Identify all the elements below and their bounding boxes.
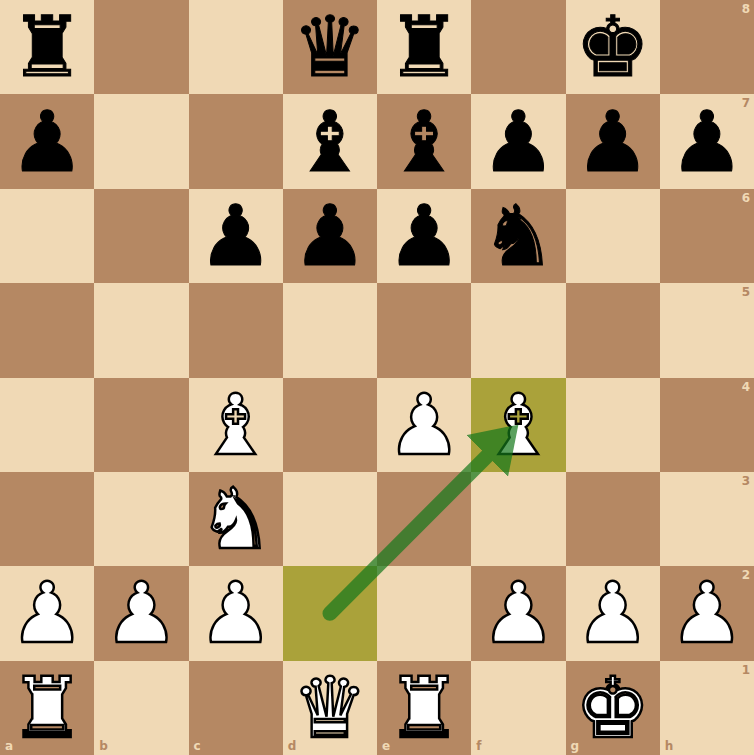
black-pawn-c6[interactable]: ♟	[198, 189, 273, 283]
square-f6[interactable]: ♞	[471, 189, 565, 283]
black-queen-d8[interactable]: ♛	[292, 0, 367, 94]
white-knight-c3[interactable]: ♞	[198, 472, 273, 566]
square-f8[interactable]	[471, 0, 565, 94]
square-c7[interactable]	[189, 94, 283, 188]
black-rook-a8[interactable]: ♜	[9, 0, 84, 94]
square-b3[interactable]	[94, 472, 188, 566]
square-g7[interactable]: ♟	[566, 94, 660, 188]
black-pawn-h7[interactable]: ♟	[669, 95, 744, 189]
square-e2[interactable]	[377, 566, 471, 660]
square-g3[interactable]	[566, 472, 660, 566]
square-d8[interactable]: ♛	[283, 0, 377, 94]
square-a7[interactable]: ♟	[0, 94, 94, 188]
black-pawn-a7[interactable]: ♟	[9, 95, 84, 189]
coord-rank-8: 8	[742, 3, 750, 15]
square-a1[interactable]: ♜a	[0, 661, 94, 755]
black-knight-f6[interactable]: ♞	[481, 189, 556, 283]
square-g5[interactable]	[566, 283, 660, 377]
square-f3[interactable]	[471, 472, 565, 566]
square-h7[interactable]: ♟7	[660, 94, 754, 188]
coord-file-c: c	[194, 740, 201, 752]
square-c4[interactable]: ♝	[189, 378, 283, 472]
coord-rank-6: 6	[742, 192, 750, 204]
square-e6[interactable]: ♟	[377, 189, 471, 283]
square-d2[interactable]	[283, 566, 377, 660]
white-bishop-f4[interactable]: ♝	[481, 378, 556, 472]
chess-board: ♜♛♜♚8♟♝♝♟♟♟7♟♟♟♞65♝♟♝4♞3♟♟♟♟♟♟2♜abc♛d♜ef…	[0, 0, 754, 755]
white-pawn-h2[interactable]: ♟	[669, 566, 744, 660]
square-b2[interactable]: ♟	[94, 566, 188, 660]
square-f1[interactable]: f	[471, 661, 565, 755]
square-c6[interactable]: ♟	[189, 189, 283, 283]
square-f4[interactable]: ♝	[471, 378, 565, 472]
square-e1[interactable]: ♜e	[377, 661, 471, 755]
black-pawn-d6[interactable]: ♟	[292, 189, 367, 283]
square-e7[interactable]: ♝	[377, 94, 471, 188]
square-g1[interactable]: ♚g	[566, 661, 660, 755]
square-c8[interactable]	[189, 0, 283, 94]
square-c5[interactable]	[189, 283, 283, 377]
square-e8[interactable]: ♜	[377, 0, 471, 94]
square-a3[interactable]	[0, 472, 94, 566]
coord-file-h: h	[665, 740, 674, 752]
square-b1[interactable]: b	[94, 661, 188, 755]
square-a6[interactable]	[0, 189, 94, 283]
square-h2[interactable]: ♟2	[660, 566, 754, 660]
square-d3[interactable]	[283, 472, 377, 566]
square-a5[interactable]	[0, 283, 94, 377]
square-h1[interactable]: 1h	[660, 661, 754, 755]
black-bishop-e7[interactable]: ♝	[386, 95, 461, 189]
white-bishop-c4[interactable]: ♝	[198, 378, 273, 472]
coord-rank-4: 4	[742, 381, 750, 393]
square-h5[interactable]: 5	[660, 283, 754, 377]
square-g8[interactable]: ♚	[566, 0, 660, 94]
white-rook-a1[interactable]: ♜	[9, 661, 84, 755]
black-pawn-f7[interactable]: ♟	[481, 95, 556, 189]
square-d6[interactable]: ♟	[283, 189, 377, 283]
white-pawn-e4[interactable]: ♟	[386, 378, 461, 472]
square-d4[interactable]	[283, 378, 377, 472]
white-queen-d1[interactable]: ♛	[292, 661, 367, 755]
square-b4[interactable]	[94, 378, 188, 472]
black-pawn-e6[interactable]: ♟	[386, 189, 461, 283]
square-a4[interactable]	[0, 378, 94, 472]
square-a2[interactable]: ♟	[0, 566, 94, 660]
white-pawn-f2[interactable]: ♟	[481, 566, 556, 660]
white-king-g1[interactable]: ♚	[575, 661, 650, 755]
square-h6[interactable]: 6	[660, 189, 754, 283]
square-f5[interactable]	[471, 283, 565, 377]
black-rook-e8[interactable]: ♜	[386, 0, 461, 94]
white-pawn-g2[interactable]: ♟	[575, 566, 650, 660]
square-h3[interactable]: 3	[660, 472, 754, 566]
square-a8[interactable]: ♜	[0, 0, 94, 94]
coord-rank-5: 5	[742, 286, 750, 298]
coord-rank-3: 3	[742, 475, 750, 487]
square-c2[interactable]: ♟	[189, 566, 283, 660]
white-pawn-c2[interactable]: ♟	[198, 566, 273, 660]
square-e4[interactable]: ♟	[377, 378, 471, 472]
square-b5[interactable]	[94, 283, 188, 377]
square-d5[interactable]	[283, 283, 377, 377]
black-pawn-g7[interactable]: ♟	[575, 95, 650, 189]
square-e3[interactable]	[377, 472, 471, 566]
square-e5[interactable]	[377, 283, 471, 377]
square-g6[interactable]	[566, 189, 660, 283]
square-f7[interactable]: ♟	[471, 94, 565, 188]
white-pawn-a2[interactable]: ♟	[9, 566, 84, 660]
square-g2[interactable]: ♟	[566, 566, 660, 660]
coord-file-f: f	[476, 740, 481, 752]
square-b7[interactable]	[94, 94, 188, 188]
coord-file-b: b	[99, 740, 108, 752]
square-b8[interactable]	[94, 0, 188, 94]
square-c1[interactable]: c	[189, 661, 283, 755]
white-rook-e1[interactable]: ♜	[386, 661, 461, 755]
black-king-g8[interactable]: ♚	[575, 0, 650, 94]
square-d1[interactable]: ♛d	[283, 661, 377, 755]
square-c3[interactable]: ♞	[189, 472, 283, 566]
white-pawn-b2[interactable]: ♟	[104, 566, 179, 660]
square-h4[interactable]: 4	[660, 378, 754, 472]
square-h8[interactable]: 8	[660, 0, 754, 94]
black-bishop-d7[interactable]: ♝	[292, 95, 367, 189]
square-f2[interactable]: ♟	[471, 566, 565, 660]
coord-rank-1: 1	[742, 664, 750, 676]
square-d7[interactable]: ♝	[283, 94, 377, 188]
square-b6[interactable]	[94, 189, 188, 283]
square-g4[interactable]	[566, 378, 660, 472]
